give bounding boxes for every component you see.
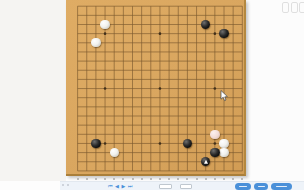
coordinate-tick	[77, 178, 79, 180]
toolbar-mark	[62, 184, 64, 186]
star-point	[159, 32, 162, 35]
nav-icon-group: ⏮◀▶⏭	[108, 183, 132, 190]
coordinate-tick	[132, 178, 134, 180]
white-stone-Q5	[210, 130, 219, 139]
watermark-glyph	[299, 2, 304, 13]
coordinate-tick	[86, 178, 88, 180]
black-stone-C4	[91, 139, 100, 148]
white-stone-D17	[100, 20, 109, 29]
white-stone-R3	[219, 148, 228, 157]
star-point	[214, 32, 217, 35]
jump-to-field[interactable]	[180, 184, 192, 190]
coordinate-tick	[95, 178, 97, 180]
coordinate-tick	[205, 178, 207, 180]
action-button-3[interactable]	[271, 183, 292, 190]
left-margin	[0, 0, 66, 181]
black-stone-Q3	[210, 148, 219, 157]
coordinate-tick	[159, 178, 161, 180]
toolbar-left-marks	[62, 184, 69, 186]
coordinate-tick	[141, 178, 143, 180]
white-stone-C15	[91, 38, 100, 47]
coordinate-tick	[177, 178, 179, 180]
star-point	[104, 87, 107, 90]
toolbar-mark	[67, 184, 69, 186]
black-stone-R16	[219, 29, 228, 38]
playback-toolbar: ⏮◀▶⏭	[60, 181, 304, 190]
coordinate-tick	[223, 178, 225, 180]
move-number-field[interactable]	[159, 184, 172, 190]
star-point	[104, 32, 107, 35]
white-stone-E3	[110, 148, 119, 157]
star-point	[159, 142, 162, 145]
white-stone-R4	[219, 139, 228, 148]
prev-move-icon[interactable]: ◀	[115, 183, 119, 190]
star-point	[214, 142, 217, 145]
last-move-icon[interactable]: ⏭	[128, 183, 133, 190]
action-button-1[interactable]	[235, 183, 251, 190]
action-button-2[interactable]	[254, 183, 268, 190]
coordinate-tick	[122, 178, 124, 180]
coordinate-tick	[168, 178, 170, 180]
coordinate-tick	[113, 178, 115, 180]
watermark-glyph	[282, 2, 289, 13]
first-move-icon[interactable]: ⏮	[108, 183, 113, 190]
coordinate-tick	[104, 178, 106, 180]
last-move-marker	[204, 160, 208, 164]
coordinate-tick	[150, 178, 152, 180]
right-margin	[246, 0, 304, 181]
video-frame: ⏮◀▶⏭	[0, 0, 304, 190]
go-board[interactable]	[66, 0, 246, 176]
coordinate-tick	[214, 178, 216, 180]
coordinate-tick	[196, 178, 198, 180]
coordinate-tick	[186, 178, 188, 180]
coordinate-tick	[232, 178, 234, 180]
star-point	[214, 87, 217, 90]
coordinate-tick	[241, 178, 243, 180]
watermark-glyph	[291, 2, 298, 13]
next-move-icon[interactable]: ▶	[121, 183, 125, 190]
star-point	[159, 87, 162, 90]
watermark-icon	[282, 2, 304, 13]
star-point	[104, 142, 107, 145]
